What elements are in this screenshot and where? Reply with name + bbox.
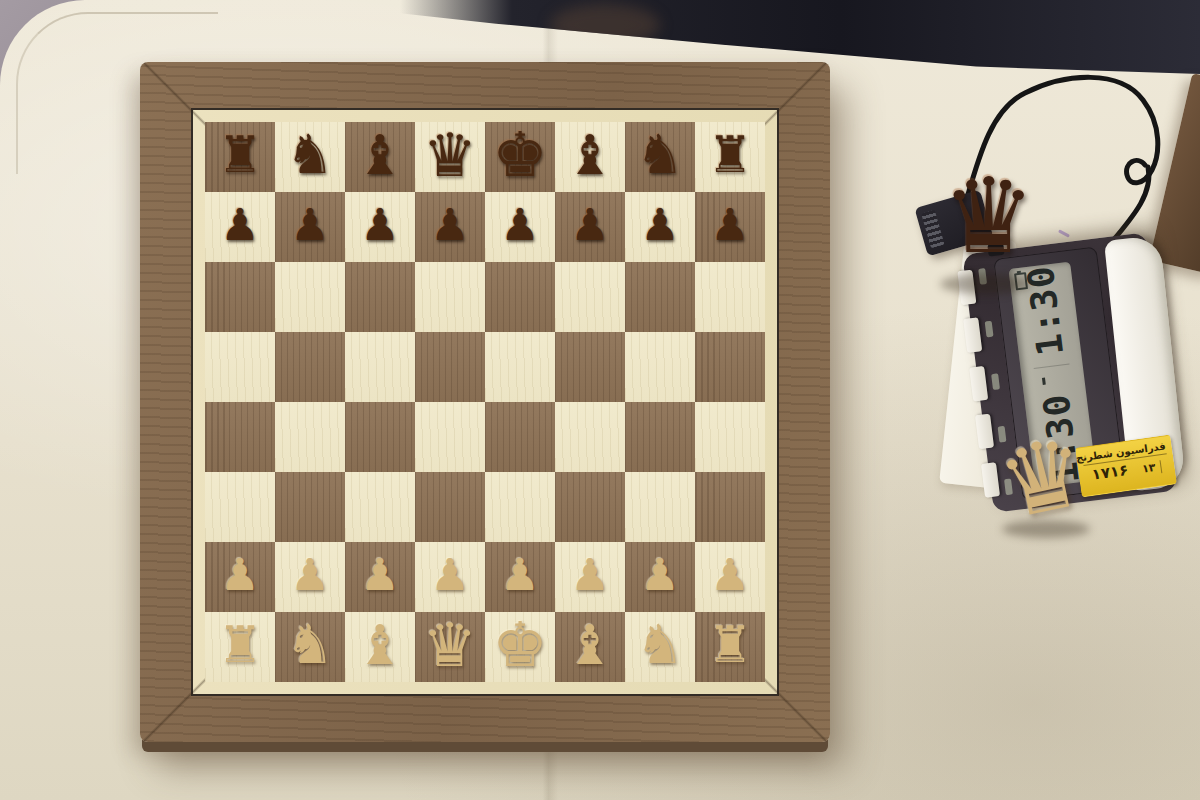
square-a7[interactable]: ♟	[205, 192, 275, 262]
square-f6[interactable]	[555, 262, 625, 332]
sticker-number-side: ۱۳	[1141, 460, 1162, 476]
square-g7[interactable]: ♟	[625, 192, 695, 262]
piece-white-pawn: ♟	[640, 553, 679, 597]
piece-white-pawn: ♟	[500, 553, 539, 597]
square-g4[interactable]	[625, 402, 695, 472]
square-e2[interactable]: ♟	[485, 542, 555, 612]
piece-white-knight: ♞	[636, 618, 684, 672]
square-b4[interactable]	[275, 402, 345, 472]
chess-board-frame: ♜♞♝♛♚♝♞♜♟♟♟♟♟♟♟♟♟♟♟♟♟♟♟♟♜♞♝♛♚♝♞♜	[140, 62, 830, 742]
piece-black-pawn: ♟	[500, 203, 539, 247]
square-e7[interactable]: ♟	[485, 192, 555, 262]
piece-black-pawn: ♟	[290, 203, 329, 247]
square-f7[interactable]: ♟	[555, 192, 625, 262]
piece-black-pawn: ♟	[430, 203, 469, 247]
square-e8[interactable]: ♚	[485, 122, 555, 192]
square-c4[interactable]	[345, 402, 415, 472]
square-a1[interactable]: ♜	[205, 612, 275, 682]
piece-white-rook: ♜	[218, 620, 263, 670]
spare-black-queen-shadow	[940, 274, 1032, 294]
square-b8[interactable]: ♞	[275, 122, 345, 192]
square-e5[interactable]	[485, 332, 555, 402]
square-f5[interactable]	[555, 332, 625, 402]
piece-black-knight: ♞	[286, 128, 334, 182]
square-h8[interactable]: ♜	[695, 122, 765, 192]
square-c7[interactable]: ♟	[345, 192, 415, 262]
square-d4[interactable]	[415, 402, 485, 472]
square-h7[interactable]: ♟	[695, 192, 765, 262]
square-a2[interactable]: ♟	[205, 542, 275, 612]
piece-black-bishop: ♝	[565, 128, 614, 183]
square-b7[interactable]: ♟	[275, 192, 345, 262]
square-e3[interactable]	[485, 472, 555, 542]
piece-black-pawn: ♟	[220, 203, 259, 247]
piece-white-pawn: ♟	[220, 553, 259, 597]
piece-white-pawn: ♟	[290, 553, 329, 597]
piece-black-knight: ♞	[636, 128, 684, 182]
piece-white-pawn: ♟	[570, 553, 609, 597]
square-a6[interactable]	[205, 262, 275, 332]
square-h6[interactable]	[695, 262, 765, 332]
piece-black-pawn: ♟	[360, 203, 399, 247]
piece-white-pawn: ♟	[710, 553, 749, 597]
piece-white-pawn: ♟	[430, 553, 469, 597]
square-b5[interactable]	[275, 332, 345, 402]
square-d2[interactable]: ♟	[415, 542, 485, 612]
lcd-divider	[1034, 363, 1070, 369]
piece-white-queen: ♛	[423, 615, 477, 675]
square-d3[interactable]	[415, 472, 485, 542]
square-b1[interactable]: ♞	[275, 612, 345, 682]
piece-black-rook: ♜	[708, 130, 753, 180]
square-a3[interactable]	[205, 472, 275, 542]
piece-black-pawn: ♟	[570, 203, 609, 247]
square-d6[interactable]	[415, 262, 485, 332]
square-f3[interactable]	[555, 472, 625, 542]
piece-white-pawn: ♟	[360, 553, 399, 597]
square-g3[interactable]	[625, 472, 695, 542]
piece-black-king: ♚	[492, 124, 548, 186]
spare-black-queen: ♛	[942, 164, 1035, 268]
square-b3[interactable]	[275, 472, 345, 542]
square-h5[interactable]	[695, 332, 765, 402]
square-a8[interactable]: ♜	[205, 122, 275, 192]
square-g6[interactable]	[625, 262, 695, 332]
square-f1[interactable]: ♝	[555, 612, 625, 682]
square-h2[interactable]: ♟	[695, 542, 765, 612]
square-g8[interactable]: ♞	[625, 122, 695, 192]
piece-black-pawn: ♟	[710, 203, 749, 247]
square-c1[interactable]: ♝	[345, 612, 415, 682]
square-d8[interactable]: ♛	[415, 122, 485, 192]
piece-black-bishop: ♝	[355, 128, 404, 183]
board-maple-border: ♜♞♝♛♚♝♞♜♟♟♟♟♟♟♟♟♟♟♟♟♟♟♟♟♜♞♝♛♚♝♞♜	[191, 108, 779, 696]
piece-black-queen: ♛	[423, 125, 477, 185]
square-c3[interactable]	[345, 472, 415, 542]
square-f2[interactable]: ♟	[555, 542, 625, 612]
square-g2[interactable]: ♟	[625, 542, 695, 612]
lcd-flag-mark	[1042, 378, 1046, 385]
piece-black-rook: ♜	[218, 130, 263, 180]
square-h3[interactable]	[695, 472, 765, 542]
sticker-number-main: ۱۷۱۶	[1091, 461, 1130, 484]
piece-white-knight: ♞	[286, 618, 334, 672]
square-g1[interactable]: ♞	[625, 612, 695, 682]
square-c8[interactable]: ♝	[345, 122, 415, 192]
square-e1[interactable]: ♚	[485, 612, 555, 682]
square-d7[interactable]: ♟	[415, 192, 485, 262]
scene: ♜♞♝♛♚♝♞♜♟♟♟♟♟♟♟♟♟♟♟♟♟♟♟♟♜♞♝♛♚♝♞♜ 1:30	[0, 0, 1200, 800]
piece-white-bishop: ♝	[355, 618, 404, 673]
square-e4[interactable]	[485, 402, 555, 472]
square-h1[interactable]: ♜	[695, 612, 765, 682]
piece-white-rook: ♜	[708, 620, 753, 670]
square-a4[interactable]	[205, 402, 275, 472]
square-f8[interactable]: ♝	[555, 122, 625, 192]
square-b6[interactable]	[275, 262, 345, 332]
square-e6[interactable]	[485, 262, 555, 332]
square-f4[interactable]	[555, 402, 625, 472]
chess-board: ♜♞♝♛♚♝♞♜♟♟♟♟♟♟♟♟♟♟♟♟♟♟♟♟♜♞♝♛♚♝♞♜	[205, 122, 765, 682]
square-c6[interactable]	[345, 262, 415, 332]
square-h4[interactable]	[695, 402, 765, 472]
square-b2[interactable]: ♟	[275, 542, 345, 612]
square-c2[interactable]: ♟	[345, 542, 415, 612]
piece-black-pawn: ♟	[640, 203, 679, 247]
square-c5[interactable]	[345, 332, 415, 402]
piece-white-king: ♚	[492, 614, 548, 676]
square-g5[interactable]	[625, 332, 695, 402]
square-d1[interactable]: ♛	[415, 612, 485, 682]
square-a5[interactable]	[205, 332, 275, 402]
square-d5[interactable]	[415, 332, 485, 402]
piece-white-bishop: ♝	[565, 618, 614, 673]
